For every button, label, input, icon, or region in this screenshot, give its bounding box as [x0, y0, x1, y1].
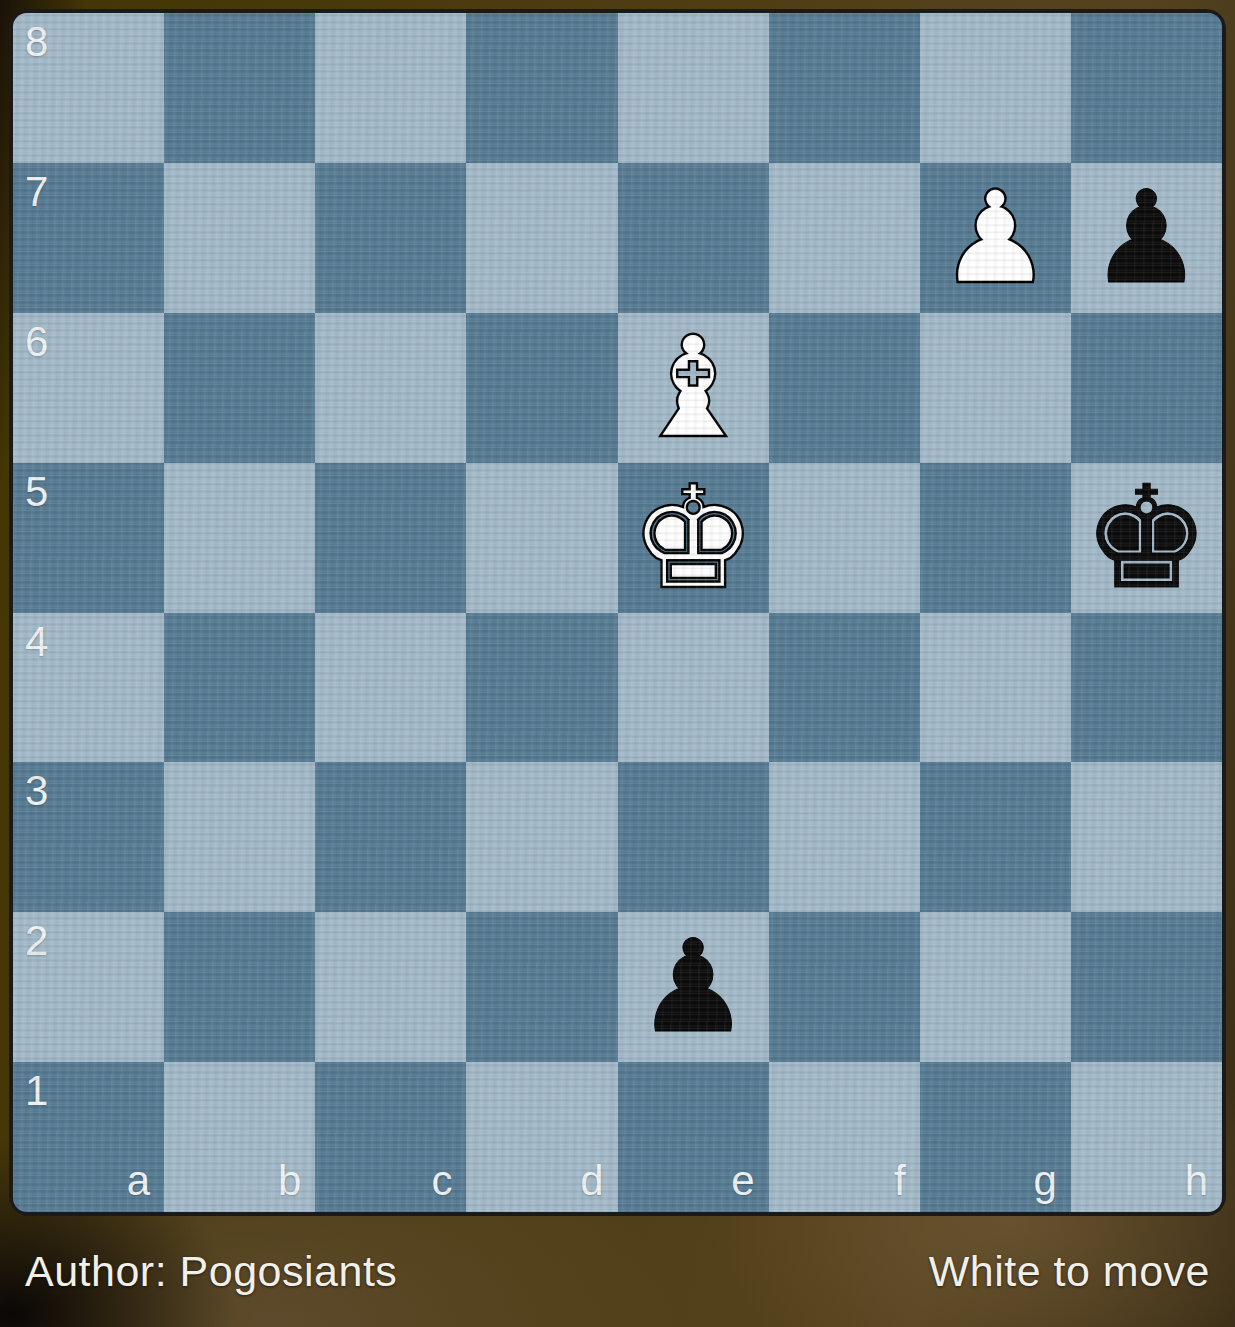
black-pawn[interactable]: ♟ [636, 923, 751, 1051]
file-label-b: b [278, 1160, 301, 1202]
white-bishop[interactable]: ♝ [630, 318, 756, 458]
square-f2[interactable] [769, 912, 920, 1062]
square-e1[interactable]: e [618, 1062, 769, 1212]
square-h7[interactable]: ♟ [1071, 163, 1222, 313]
file-label-h: h [1185, 1160, 1208, 1202]
rank-label-5: 5 [25, 471, 48, 513]
file-label-f: f [894, 1160, 906, 1202]
square-f3[interactable] [769, 762, 920, 912]
rank-label-6: 6 [25, 321, 48, 363]
square-f4[interactable] [769, 613, 920, 763]
square-d3[interactable] [466, 762, 617, 912]
square-d5[interactable] [466, 463, 617, 613]
square-d8[interactable] [466, 13, 617, 163]
rank-label-7: 7 [25, 171, 48, 213]
square-e2[interactable]: ♟ [618, 912, 769, 1062]
file-label-a: a [127, 1160, 150, 1202]
square-a3[interactable]: 3 [13, 762, 164, 912]
square-g8[interactable] [920, 13, 1071, 163]
square-a7[interactable]: 7 [13, 163, 164, 313]
square-b8[interactable] [164, 13, 315, 163]
square-c2[interactable] [315, 912, 466, 1062]
file-label-g: g [1034, 1160, 1057, 1202]
square-e6[interactable]: ♝ [618, 313, 769, 463]
square-b2[interactable] [164, 912, 315, 1062]
square-a2[interactable]: 2 [13, 912, 164, 1062]
square-g5[interactable] [920, 463, 1071, 613]
square-c3[interactable] [315, 762, 466, 912]
square-d1[interactable]: d [466, 1062, 617, 1212]
file-label-e: e [731, 1160, 754, 1202]
square-a4[interactable]: 4 [13, 613, 164, 763]
square-a8[interactable]: 8 [13, 13, 164, 163]
square-e5[interactable]: ♚ [618, 463, 769, 613]
square-c1[interactable]: c [315, 1062, 466, 1212]
square-h5[interactable]: ♚ [1071, 463, 1222, 613]
black-king[interactable]: ♚ [1083, 467, 1210, 609]
square-h4[interactable] [1071, 613, 1222, 763]
square-e4[interactable] [618, 613, 769, 763]
author-label: Author: Pogosiants [25, 1247, 397, 1296]
rank-label-3: 3 [25, 770, 48, 812]
square-h1[interactable]: h [1071, 1062, 1222, 1212]
file-label-d: d [580, 1160, 603, 1202]
square-a5[interactable]: 5 [13, 463, 164, 613]
square-f5[interactable] [769, 463, 920, 613]
square-a6[interactable]: 6 [13, 313, 164, 463]
square-c7[interactable] [315, 163, 466, 313]
square-d6[interactable] [466, 313, 617, 463]
square-c6[interactable] [315, 313, 466, 463]
square-a1[interactable]: 1a [13, 1062, 164, 1212]
square-b4[interactable] [164, 613, 315, 763]
square-c4[interactable] [315, 613, 466, 763]
rank-label-8: 8 [25, 21, 48, 63]
square-d7[interactable] [466, 163, 617, 313]
file-label-c: c [431, 1160, 452, 1202]
square-d4[interactable] [466, 613, 617, 763]
white-pawn[interactable]: ♟ [938, 174, 1053, 302]
square-e3[interactable] [618, 762, 769, 912]
square-g6[interactable] [920, 313, 1071, 463]
square-h6[interactable] [1071, 313, 1222, 463]
caption-bar: Author: Pogosiants White to move [0, 1216, 1235, 1327]
black-pawn[interactable]: ♟ [1089, 174, 1204, 302]
turn-indicator: White to move [929, 1247, 1210, 1296]
square-h8[interactable] [1071, 13, 1222, 163]
rank-label-2: 2 [25, 920, 48, 962]
square-f1[interactable]: f [769, 1062, 920, 1212]
square-h3[interactable] [1071, 762, 1222, 912]
square-g1[interactable]: g [920, 1062, 1071, 1212]
square-b1[interactable]: b [164, 1062, 315, 1212]
square-b6[interactable] [164, 313, 315, 463]
square-d2[interactable] [466, 912, 617, 1062]
square-c5[interactable] [315, 463, 466, 613]
square-f7[interactable] [769, 163, 920, 313]
square-g3[interactable] [920, 762, 1071, 912]
square-g7[interactable]: ♟ [920, 163, 1071, 313]
square-f8[interactable] [769, 13, 920, 163]
white-king[interactable]: ♚ [629, 467, 756, 609]
chess-board: 87♟♟6♝5♚♚432♟1abcdefgh [13, 13, 1222, 1212]
square-b5[interactable] [164, 463, 315, 613]
square-e7[interactable] [618, 163, 769, 313]
square-b7[interactable] [164, 163, 315, 313]
square-c8[interactable] [315, 13, 466, 163]
board-frame: 87♟♟6♝5♚♚432♟1abcdefgh [9, 9, 1226, 1216]
square-h2[interactable] [1071, 912, 1222, 1062]
rank-label-4: 4 [25, 621, 48, 663]
square-g4[interactable] [920, 613, 1071, 763]
square-g2[interactable] [920, 912, 1071, 1062]
square-f6[interactable] [769, 313, 920, 463]
rank-label-1: 1 [25, 1070, 48, 1112]
square-b3[interactable] [164, 762, 315, 912]
square-e8[interactable] [618, 13, 769, 163]
